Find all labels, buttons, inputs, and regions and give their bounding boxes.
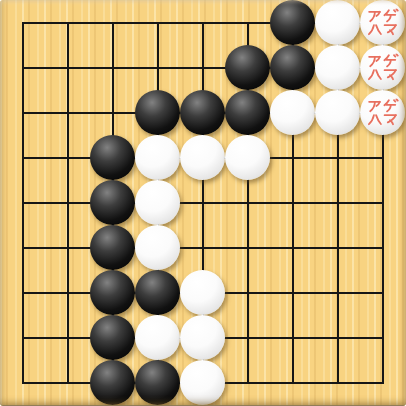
white-stone [135,315,180,360]
black-stone [135,270,180,315]
black-stone [225,90,270,135]
black-stone [90,360,135,405]
white-stone [180,270,225,315]
black-stone [90,180,135,225]
white-stone [180,135,225,180]
black-stone [270,45,315,90]
white-stone [270,90,315,135]
black-stone [90,225,135,270]
go-board[interactable]: アゲハマアゲハマアゲハマ [0,0,406,406]
black-stone [90,315,135,360]
white-stone [315,45,360,90]
agehama-text-icon [367,98,399,127]
black-stone [135,90,180,135]
white-stone [315,0,360,45]
black-stone [90,270,135,315]
black-stone [180,90,225,135]
black-stone [135,360,180,405]
white-stone-agehama: アゲハマ [360,45,405,90]
white-stone [135,225,180,270]
white-stone [180,315,225,360]
white-stone [180,360,225,405]
white-stone [135,135,180,180]
white-stone-agehama: アゲハマ [360,90,405,135]
agehama-text-icon [367,8,399,37]
white-stone-agehama: アゲハマ [360,0,405,45]
black-stone [90,135,135,180]
white-stone [315,90,360,135]
agehama-text-icon [367,53,399,82]
black-stone [270,0,315,45]
white-stone [225,135,270,180]
white-stone [135,180,180,225]
black-stone [225,45,270,90]
